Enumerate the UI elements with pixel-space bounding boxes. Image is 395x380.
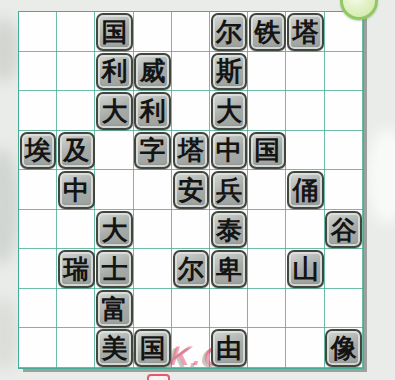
puzzle-tile[interactable]: 塔 [173,132,210,170]
tile-character: 卑 [216,256,242,282]
puzzle-tile[interactable]: 卑 [211,250,248,288]
tile-character: 塔 [292,19,318,45]
tile-character: 威 [140,58,166,84]
puzzle-tile[interactable]: 瑞 [58,250,95,288]
tile-character: 泰 [216,217,242,243]
puzzle-tile[interactable]: 俑 [287,171,324,209]
tile-character: 尔 [216,19,242,45]
tile-character: 大 [101,98,127,124]
tile-character: 由 [216,335,242,361]
puzzle-tile[interactable]: 泰 [211,211,248,249]
tile-character: 大 [101,217,127,243]
puzzle-tile[interactable]: 字 [134,132,171,170]
tile-character: 及 [63,137,89,163]
puzzle-tile[interactable]: 谷 [325,211,362,249]
tile-character: 利 [101,58,127,84]
tile-character: 国 [254,137,280,163]
puzzle-tile[interactable]: 埃 [20,132,57,170]
tile-character: 埃 [25,137,51,163]
tile-character: 中 [216,137,242,163]
puzzle-tile[interactable]: 兵 [211,171,248,209]
puzzle-tile[interactable]: 塔 [287,13,324,51]
puzzle-tile[interactable]: 国 [96,13,133,51]
tile-character: 安 [178,177,204,203]
background-smudge [0,18,20,82]
puzzle-tile[interactable]: 及 [58,132,95,170]
tile-character: 国 [140,335,166,361]
tile-character: 铁 [254,19,280,45]
background-smudge [0,298,18,370]
puzzle-tile[interactable]: 大 [96,211,133,249]
tile-character: 利 [140,98,166,124]
background-smudge [366,128,395,224]
background-smudge [0,148,20,264]
puzzle-tile[interactable]: 由 [211,329,248,367]
puzzle-tile[interactable]: 斯 [211,53,248,91]
puzzle-tile[interactable]: 大 [211,92,248,130]
tile-character: 中 [63,177,89,203]
tile-character: 瑞 [63,256,89,282]
tile-character: 斯 [216,58,242,84]
puzzle-tile[interactable]: 中 [211,132,248,170]
tile-character: 美 [101,335,127,361]
puzzle-tile[interactable]: 安 [173,171,210,209]
puzzle-tile[interactable]: 铁 [249,13,286,51]
tile-character: 像 [331,335,357,361]
tile-character: 国 [101,19,127,45]
tile-character: 塔 [178,137,204,163]
tile-character: 兵 [216,177,242,203]
puzzle-tile[interactable]: 威 [134,53,171,91]
puzzle-tile[interactable]: 尔 [211,13,248,51]
cropped-red-button[interactable] [147,374,170,380]
puzzle-tile[interactable]: 士 [96,250,133,288]
puzzle-tile[interactable]: 大 [96,92,133,130]
tile-character: 士 [101,256,127,282]
puzzle-tile[interactable]: 美 [96,329,133,367]
puzzle-tile[interactable]: 中 [58,171,95,209]
puzzle-tile[interactable]: 富 [96,290,133,328]
tile-character: 谷 [331,217,357,243]
puzzle-tile[interactable]: 像 [325,329,362,367]
puzzle-tile[interactable]: 尔 [173,250,210,288]
tile-character: 山 [292,256,318,282]
tile-character: 尔 [178,256,204,282]
tile-character: 俑 [292,177,318,203]
puzzle-tile[interactable]: 利 [96,53,133,91]
tile-character: 大 [216,98,242,124]
puzzle-tile[interactable]: 国 [134,329,171,367]
tile-character: 富 [101,296,127,322]
puzzle-tile[interactable]: 利 [134,92,171,130]
tile-character: 字 [140,137,166,163]
page-background: TASK.CC 国尔铁塔利威斯大利大埃及字塔中国中安兵俑大泰谷瑞士尔卑山富美国由… [0,0,395,380]
puzzle-board[interactable]: 国尔铁塔利威斯大利大埃及字塔中国中安兵俑大泰谷瑞士尔卑山富美国由像 [18,11,364,369]
puzzle-tile[interactable]: 山 [287,250,324,288]
puzzle-tile[interactable]: 国 [249,132,286,170]
